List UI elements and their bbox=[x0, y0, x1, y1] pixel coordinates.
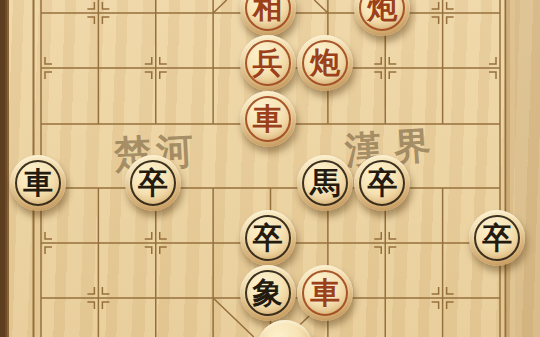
piece-glyph: 卒 bbox=[367, 168, 397, 198]
piece-glyph: 炮 bbox=[367, 0, 397, 23]
piece-glyph: 車 bbox=[253, 104, 283, 134]
piece-glyph: 車 bbox=[310, 278, 340, 308]
piece-glyph: 卒 bbox=[253, 223, 283, 253]
piece-black-soldier[interactable]: 卒 bbox=[354, 155, 410, 211]
table-edge-left bbox=[0, 0, 9, 337]
piece-glyph: 馬 bbox=[310, 168, 340, 198]
piece-black-elephant[interactable]: 象 bbox=[240, 265, 296, 321]
piece-glyph: 卒 bbox=[138, 168, 168, 198]
piece-black-soldier[interactable]: 卒 bbox=[240, 210, 296, 266]
piece-black-chariot[interactable]: 車 bbox=[10, 155, 66, 211]
piece-glyph: 卒 bbox=[482, 223, 512, 253]
piece-red-chariot[interactable]: 車 bbox=[240, 91, 296, 147]
xiangqi-board[interactable]: 楚河 漢界 相炮兵炮車車卒馬卒卒卒象車 bbox=[0, 0, 540, 337]
piece-black-soldier[interactable]: 卒 bbox=[469, 210, 525, 266]
piece-black-soldier[interactable]: 卒 bbox=[125, 155, 181, 211]
piece-red-soldier[interactable]: 兵 bbox=[240, 35, 296, 91]
piece-glyph: 相 bbox=[253, 0, 283, 23]
piece-red-chariot[interactable]: 車 bbox=[297, 265, 353, 321]
piece-red-cannon[interactable]: 炮 bbox=[297, 35, 353, 91]
piece-glyph: 象 bbox=[253, 278, 283, 308]
piece-glyph: 炮 bbox=[310, 48, 340, 78]
piece-glyph: 車 bbox=[23, 168, 53, 198]
piece-black-horse[interactable]: 馬 bbox=[297, 155, 353, 211]
piece-glyph: 兵 bbox=[253, 48, 283, 78]
